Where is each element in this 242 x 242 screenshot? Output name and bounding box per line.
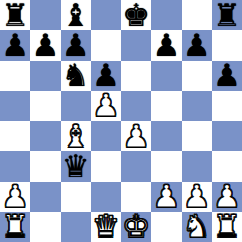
chess-board: ♜♝♚♜♟♟♟♟♟♞♟♟♟♝♟♛♟♟♟♟♜♛♚♞♜ [0,0,242,242]
square-h8[interactable]: ♜ [212,0,242,30]
black-pawn-piece[interactable]: ♟ [213,60,241,91]
white-queen-piece[interactable]: ♛ [92,211,120,242]
square-e4[interactable]: ♟ [121,121,151,151]
square-h6[interactable]: ♟ [212,61,242,91]
square-e7[interactable] [121,30,151,60]
square-b2[interactable] [30,182,60,212]
square-g1[interactable]: ♞ [182,212,212,242]
square-d2[interactable] [91,182,121,212]
square-b8[interactable] [30,0,60,30]
black-knight-piece[interactable]: ♞ [62,60,90,91]
square-d5[interactable]: ♟ [91,91,121,121]
square-h5[interactable] [212,91,242,121]
black-pawn-piece[interactable]: ♟ [152,30,180,61]
white-pawn-piece[interactable]: ♟ [92,90,120,121]
square-b3[interactable] [30,151,60,181]
black-king-piece[interactable]: ♚ [122,0,150,31]
black-pawn-piece[interactable]: ♟ [1,30,29,61]
square-g4[interactable] [182,121,212,151]
square-g6[interactable] [182,61,212,91]
square-d3[interactable] [91,151,121,181]
square-f5[interactable] [151,91,181,121]
square-f2[interactable]: ♟ [151,182,181,212]
square-a8[interactable]: ♜ [0,0,30,30]
square-c2[interactable] [61,182,91,212]
white-knight-piece[interactable]: ♞ [183,211,211,242]
square-d6[interactable]: ♟ [91,61,121,91]
square-c3[interactable]: ♛ [61,151,91,181]
square-h2[interactable]: ♟ [212,182,242,212]
square-e2[interactable] [121,182,151,212]
square-c7[interactable]: ♟ [61,30,91,60]
square-a3[interactable] [0,151,30,181]
square-h1[interactable]: ♜ [212,212,242,242]
square-b5[interactable] [30,91,60,121]
square-f1[interactable] [151,212,181,242]
square-d1[interactable]: ♛ [91,212,121,242]
square-f3[interactable] [151,151,181,181]
square-f6[interactable] [151,61,181,91]
square-a6[interactable] [0,61,30,91]
square-h7[interactable] [212,30,242,60]
white-pawn-piece[interactable]: ♟ [152,181,180,212]
black-queen-piece[interactable]: ♛ [62,151,90,182]
square-c1[interactable] [61,212,91,242]
white-rook-piece[interactable]: ♜ [213,211,241,242]
square-f7[interactable]: ♟ [151,30,181,60]
square-f4[interactable] [151,121,181,151]
square-g2[interactable]: ♟ [182,182,212,212]
white-king-piece[interactable]: ♚ [122,211,150,242]
white-bishop-piece[interactable]: ♝ [62,121,90,152]
square-d7[interactable] [91,30,121,60]
square-c8[interactable]: ♝ [61,0,91,30]
square-c5[interactable] [61,91,91,121]
square-e3[interactable] [121,151,151,181]
square-b6[interactable] [30,61,60,91]
square-b4[interactable] [30,121,60,151]
square-a7[interactable]: ♟ [0,30,30,60]
square-a5[interactable] [0,91,30,121]
square-e6[interactable] [121,61,151,91]
square-a4[interactable] [0,121,30,151]
square-b7[interactable]: ♟ [30,30,60,60]
square-g8[interactable] [182,0,212,30]
square-c6[interactable]: ♞ [61,61,91,91]
square-g3[interactable] [182,151,212,181]
square-b1[interactable] [30,212,60,242]
square-a1[interactable]: ♜ [0,212,30,242]
square-e5[interactable] [121,91,151,121]
square-c4[interactable]: ♝ [61,121,91,151]
square-g7[interactable]: ♟ [182,30,212,60]
square-e8[interactable]: ♚ [121,0,151,30]
square-h4[interactable] [212,121,242,151]
black-pawn-piece[interactable]: ♟ [183,30,211,61]
square-h3[interactable] [212,151,242,181]
black-rook-piece[interactable]: ♜ [213,0,241,31]
square-a2[interactable]: ♟ [0,182,30,212]
square-g5[interactable] [182,91,212,121]
square-d4[interactable] [91,121,121,151]
square-d8[interactable] [91,0,121,30]
white-rook-piece[interactable]: ♜ [1,211,29,242]
black-pawn-piece[interactable]: ♟ [31,30,59,61]
square-e1[interactable]: ♚ [121,212,151,242]
white-pawn-piece[interactable]: ♟ [122,121,150,152]
square-f8[interactable] [151,0,181,30]
